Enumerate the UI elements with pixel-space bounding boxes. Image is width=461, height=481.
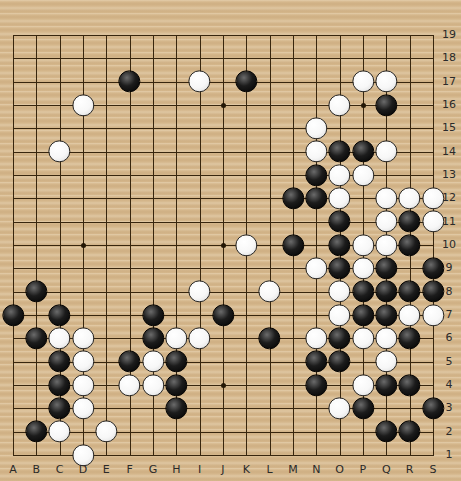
white-stone-F4[interactable]: ○ xyxy=(119,374,141,396)
intersection-G14[interactable] xyxy=(141,140,164,163)
intersection-J5[interactable] xyxy=(211,350,234,373)
intersection-D4[interactable]: ○ xyxy=(71,373,94,396)
black-stone-R6[interactable]: ● xyxy=(399,327,421,349)
intersection-H7[interactable] xyxy=(165,303,188,326)
intersection-O8[interactable]: ○ xyxy=(328,280,351,303)
intersection-G19[interactable] xyxy=(141,23,164,46)
intersection-O9[interactable]: ● xyxy=(328,257,351,280)
intersection-H13[interactable] xyxy=(165,163,188,186)
white-stone-N14[interactable]: ○ xyxy=(305,141,327,163)
intersection-I7[interactable] xyxy=(188,303,211,326)
black-stone-R10[interactable]: ● xyxy=(399,234,421,256)
intersection-I10[interactable] xyxy=(188,233,211,256)
intersection-M18[interactable] xyxy=(281,47,304,70)
white-stone-H6[interactable]: ○ xyxy=(165,327,187,349)
intersection-R16[interactable] xyxy=(398,93,421,116)
intersection-A15[interactable] xyxy=(1,117,24,140)
black-stone-Q8[interactable]: ● xyxy=(375,281,397,303)
intersection-C7[interactable]: ● xyxy=(48,303,71,326)
black-stone-M12[interactable]: ● xyxy=(282,187,304,209)
intersection-K9[interactable] xyxy=(235,257,258,280)
intersection-N12[interactable]: ● xyxy=(305,187,328,210)
intersection-K2[interactable] xyxy=(235,420,258,443)
intersection-M8[interactable] xyxy=(281,280,304,303)
intersection-E11[interactable] xyxy=(95,210,118,233)
intersection-C9[interactable] xyxy=(48,257,71,280)
intersection-P5[interactable] xyxy=(351,350,374,373)
intersection-H15[interactable] xyxy=(165,117,188,140)
intersection-O4[interactable] xyxy=(328,373,351,396)
intersection-D12[interactable] xyxy=(71,187,94,210)
intersection-H14[interactable] xyxy=(165,140,188,163)
intersection-B2[interactable]: ● xyxy=(25,420,48,443)
intersection-O5[interactable]: ● xyxy=(328,350,351,373)
intersection-J8[interactable] xyxy=(211,280,234,303)
intersection-B6[interactable]: ● xyxy=(25,327,48,350)
intersection-N14[interactable]: ○ xyxy=(305,140,328,163)
intersection-D6[interactable]: ○ xyxy=(71,327,94,350)
intersection-Q14[interactable]: ○ xyxy=(375,140,398,163)
intersection-I15[interactable] xyxy=(188,117,211,140)
white-stone-P6[interactable]: ○ xyxy=(352,327,374,349)
intersection-A14[interactable] xyxy=(1,140,24,163)
intersection-C18[interactable] xyxy=(48,47,71,70)
intersection-A16[interactable] xyxy=(1,93,24,116)
intersection-K16[interactable] xyxy=(235,93,258,116)
intersection-P7[interactable]: ● xyxy=(351,303,374,326)
intersection-E10[interactable] xyxy=(95,233,118,256)
intersection-H12[interactable] xyxy=(165,187,188,210)
intersection-K14[interactable] xyxy=(235,140,258,163)
intersection-Q17[interactable]: ○ xyxy=(375,70,398,93)
intersection-F17[interactable]: ● xyxy=(118,70,141,93)
intersection-P2[interactable] xyxy=(351,420,374,443)
black-stone-P14[interactable]: ● xyxy=(352,141,374,163)
intersection-B8[interactable]: ● xyxy=(25,280,48,303)
black-stone-P8[interactable]: ● xyxy=(352,281,374,303)
intersection-H6[interactable]: ○ xyxy=(165,327,188,350)
black-stone-Q4[interactable]: ● xyxy=(375,374,397,396)
intersection-A10[interactable] xyxy=(1,233,24,256)
intersection-D10[interactable] xyxy=(71,233,94,256)
intersection-D14[interactable] xyxy=(71,140,94,163)
intersection-M4[interactable] xyxy=(281,373,304,396)
intersection-C13[interactable] xyxy=(48,163,71,186)
intersection-P11[interactable] xyxy=(351,210,374,233)
intersection-F11[interactable] xyxy=(118,210,141,233)
black-stone-H5[interactable]: ● xyxy=(165,351,187,373)
intersection-D13[interactable] xyxy=(71,163,94,186)
intersection-A5[interactable] xyxy=(1,350,24,373)
intersection-J14[interactable] xyxy=(211,140,234,163)
black-stone-O11[interactable]: ● xyxy=(329,211,351,233)
intersection-O10[interactable]: ● xyxy=(328,233,351,256)
intersection-R14[interactable] xyxy=(398,140,421,163)
intersection-P4[interactable]: ○ xyxy=(351,373,374,396)
intersection-G12[interactable] xyxy=(141,187,164,210)
white-stone-O13[interactable]: ○ xyxy=(329,164,351,186)
intersection-J12[interactable] xyxy=(211,187,234,210)
intersection-L4[interactable] xyxy=(258,373,281,396)
intersection-B7[interactable] xyxy=(25,303,48,326)
intersection-B9[interactable] xyxy=(25,257,48,280)
black-stone-G6[interactable]: ● xyxy=(142,327,164,349)
intersection-O6[interactable]: ● xyxy=(328,327,351,350)
intersection-L7[interactable] xyxy=(258,303,281,326)
intersection-B13[interactable] xyxy=(25,163,48,186)
intersection-L15[interactable] xyxy=(258,117,281,140)
intersection-R17[interactable] xyxy=(398,70,421,93)
intersection-L12[interactable] xyxy=(258,187,281,210)
intersection-A9[interactable] xyxy=(1,257,24,280)
black-stone-M10[interactable]: ● xyxy=(282,234,304,256)
black-stone-R11[interactable]: ● xyxy=(399,211,421,233)
intersection-O14[interactable]: ● xyxy=(328,140,351,163)
intersection-D18[interactable] xyxy=(71,47,94,70)
intersection-Q12[interactable]: ○ xyxy=(375,187,398,210)
intersection-F13[interactable] xyxy=(118,163,141,186)
white-stone-O12[interactable]: ○ xyxy=(329,187,351,209)
intersection-I11[interactable] xyxy=(188,210,211,233)
intersection-M7[interactable] xyxy=(281,303,304,326)
intersection-K11[interactable] xyxy=(235,210,258,233)
intersection-Q16[interactable]: ● xyxy=(375,93,398,116)
intersection-O3[interactable]: ○ xyxy=(328,397,351,420)
intersection-C4[interactable]: ● xyxy=(48,373,71,396)
intersection-N3[interactable] xyxy=(305,397,328,420)
intersection-I4[interactable] xyxy=(188,373,211,396)
intersection-C14[interactable]: ○ xyxy=(48,140,71,163)
intersection-L18[interactable] xyxy=(258,47,281,70)
intersection-E8[interactable] xyxy=(95,280,118,303)
intersection-P17[interactable]: ○ xyxy=(351,70,374,93)
intersection-E7[interactable] xyxy=(95,303,118,326)
black-stone-C5[interactable]: ● xyxy=(49,351,71,373)
intersection-H17[interactable] xyxy=(165,70,188,93)
intersection-F7[interactable] xyxy=(118,303,141,326)
intersection-G18[interactable] xyxy=(141,47,164,70)
white-stone-G4[interactable]: ○ xyxy=(142,374,164,396)
black-stone-B6[interactable]: ● xyxy=(25,327,47,349)
intersection-C5[interactable]: ● xyxy=(48,350,71,373)
intersection-Q9[interactable]: ● xyxy=(375,257,398,280)
intersection-K6[interactable] xyxy=(235,327,258,350)
intersection-Q19[interactable] xyxy=(375,23,398,46)
intersection-I14[interactable] xyxy=(188,140,211,163)
intersection-R12[interactable]: ○ xyxy=(398,187,421,210)
intersection-J4[interactable] xyxy=(211,373,234,396)
intersection-K3[interactable] xyxy=(235,397,258,420)
intersection-I13[interactable] xyxy=(188,163,211,186)
intersection-L17[interactable] xyxy=(258,70,281,93)
black-stone-H3[interactable]: ● xyxy=(165,397,187,419)
intersection-M13[interactable] xyxy=(281,163,304,186)
intersection-H10[interactable] xyxy=(165,233,188,256)
intersection-B10[interactable] xyxy=(25,233,48,256)
intersection-P15[interactable] xyxy=(351,117,374,140)
intersection-D19[interactable] xyxy=(71,23,94,46)
intersection-B14[interactable] xyxy=(25,140,48,163)
intersection-L16[interactable] xyxy=(258,93,281,116)
intersection-E2[interactable]: ○ xyxy=(95,420,118,443)
intersection-G16[interactable] xyxy=(141,93,164,116)
intersection-Q18[interactable] xyxy=(375,47,398,70)
intersection-C16[interactable] xyxy=(48,93,71,116)
intersection-E18[interactable] xyxy=(95,47,118,70)
intersection-O11[interactable]: ● xyxy=(328,210,351,233)
white-stone-I8[interactable]: ○ xyxy=(189,281,211,303)
intersection-G13[interactable] xyxy=(141,163,164,186)
intersection-P10[interactable]: ○ xyxy=(351,233,374,256)
intersection-F3[interactable] xyxy=(118,397,141,420)
intersection-H8[interactable] xyxy=(165,280,188,303)
intersection-C6[interactable]: ○ xyxy=(48,327,71,350)
white-stone-D5[interactable]: ○ xyxy=(72,351,94,373)
black-stone-K17[interactable]: ● xyxy=(235,71,257,93)
white-stone-P4[interactable]: ○ xyxy=(352,374,374,396)
intersection-B19[interactable] xyxy=(25,23,48,46)
intersection-J18[interactable] xyxy=(211,47,234,70)
black-stone-P7[interactable]: ● xyxy=(352,304,374,326)
intersection-A3[interactable] xyxy=(1,397,24,420)
intersection-A8[interactable] xyxy=(1,280,24,303)
intersection-G7[interactable]: ● xyxy=(141,303,164,326)
intersection-L5[interactable] xyxy=(258,350,281,373)
intersection-A2[interactable] xyxy=(1,420,24,443)
intersection-Q2[interactable]: ● xyxy=(375,420,398,443)
intersection-H19[interactable] xyxy=(165,23,188,46)
intersection-M12[interactable]: ● xyxy=(281,187,304,210)
intersection-L6[interactable]: ● xyxy=(258,327,281,350)
intersection-N8[interactable] xyxy=(305,280,328,303)
white-stone-C2[interactable]: ○ xyxy=(49,421,71,443)
intersection-Q8[interactable]: ● xyxy=(375,280,398,303)
intersection-E14[interactable] xyxy=(95,140,118,163)
intersection-G5[interactable]: ○ xyxy=(141,350,164,373)
intersection-Q15[interactable] xyxy=(375,117,398,140)
intersection-J3[interactable] xyxy=(211,397,234,420)
intersection-F6[interactable] xyxy=(118,327,141,350)
intersection-H5[interactable]: ● xyxy=(165,350,188,373)
intersection-Q7[interactable]: ● xyxy=(375,303,398,326)
intersection-A18[interactable] xyxy=(1,47,24,70)
intersection-J17[interactable] xyxy=(211,70,234,93)
intersection-D5[interactable]: ○ xyxy=(71,350,94,373)
intersection-K7[interactable] xyxy=(235,303,258,326)
intersection-K17[interactable]: ● xyxy=(235,70,258,93)
white-stone-P10[interactable]: ○ xyxy=(352,234,374,256)
white-stone-D6[interactable]: ○ xyxy=(72,327,94,349)
intersection-F16[interactable] xyxy=(118,93,141,116)
intersection-N2[interactable] xyxy=(305,420,328,443)
black-stone-P3[interactable]: ● xyxy=(352,397,374,419)
intersection-I18[interactable] xyxy=(188,47,211,70)
intersection-E9[interactable] xyxy=(95,257,118,280)
black-stone-N4[interactable]: ● xyxy=(305,374,327,396)
intersection-B5[interactable] xyxy=(25,350,48,373)
intersection-A4[interactable] xyxy=(1,373,24,396)
intersection-I12[interactable] xyxy=(188,187,211,210)
intersection-C19[interactable] xyxy=(48,23,71,46)
intersection-M19[interactable] xyxy=(281,23,304,46)
white-stone-Q5[interactable]: ○ xyxy=(375,351,397,373)
intersection-F19[interactable] xyxy=(118,23,141,46)
black-stone-F17[interactable]: ● xyxy=(119,71,141,93)
intersection-R13[interactable] xyxy=(398,163,421,186)
intersection-G6[interactable]: ● xyxy=(141,327,164,350)
intersection-G15[interactable] xyxy=(141,117,164,140)
intersection-M10[interactable]: ● xyxy=(281,233,304,256)
intersection-E19[interactable] xyxy=(95,23,118,46)
intersection-A7[interactable]: ● xyxy=(1,303,24,326)
intersection-D9[interactable] xyxy=(71,257,94,280)
intersection-D7[interactable] xyxy=(71,303,94,326)
intersection-D17[interactable] xyxy=(71,70,94,93)
intersection-J16[interactable] xyxy=(211,93,234,116)
intersection-O2[interactable] xyxy=(328,420,351,443)
intersection-I17[interactable]: ○ xyxy=(188,70,211,93)
intersection-R19[interactable] xyxy=(398,23,421,46)
intersection-R7[interactable]: ○ xyxy=(398,303,421,326)
white-stone-Q17[interactable]: ○ xyxy=(375,71,397,93)
intersection-E6[interactable] xyxy=(95,327,118,350)
intersection-N16[interactable] xyxy=(305,93,328,116)
intersection-N19[interactable] xyxy=(305,23,328,46)
intersection-D8[interactable] xyxy=(71,280,94,303)
intersection-R4[interactable]: ● xyxy=(398,373,421,396)
intersection-P18[interactable] xyxy=(351,47,374,70)
black-stone-J7[interactable]: ● xyxy=(212,304,234,326)
intersection-C11[interactable] xyxy=(48,210,71,233)
black-stone-L6[interactable]: ● xyxy=(259,327,281,349)
intersection-R18[interactable] xyxy=(398,47,421,70)
intersection-R6[interactable]: ● xyxy=(398,327,421,350)
intersection-I16[interactable] xyxy=(188,93,211,116)
black-stone-Q7[interactable]: ● xyxy=(375,304,397,326)
intersection-K4[interactable] xyxy=(235,373,258,396)
white-stone-P9[interactable]: ○ xyxy=(352,257,374,279)
white-stone-N15[interactable]: ○ xyxy=(305,117,327,139)
intersection-B17[interactable] xyxy=(25,70,48,93)
black-stone-B2[interactable]: ● xyxy=(25,421,47,443)
intersection-N6[interactable]: ○ xyxy=(305,327,328,350)
intersection-G2[interactable] xyxy=(141,420,164,443)
black-stone-F5[interactable]: ● xyxy=(119,351,141,373)
white-stone-P17[interactable]: ○ xyxy=(352,71,374,93)
intersection-R5[interactable] xyxy=(398,350,421,373)
white-stone-D16[interactable]: ○ xyxy=(72,94,94,116)
intersection-N7[interactable] xyxy=(305,303,328,326)
intersection-Q11[interactable]: ○ xyxy=(375,210,398,233)
white-stone-P13[interactable]: ○ xyxy=(352,164,374,186)
intersection-M6[interactable] xyxy=(281,327,304,350)
intersection-A11[interactable] xyxy=(1,210,24,233)
intersection-J19[interactable] xyxy=(211,23,234,46)
black-stone-Q2[interactable]: ● xyxy=(375,421,397,443)
intersection-N5[interactable]: ● xyxy=(305,350,328,373)
intersection-C8[interactable] xyxy=(48,280,71,303)
intersection-D15[interactable] xyxy=(71,117,94,140)
intersection-R8[interactable]: ● xyxy=(398,280,421,303)
intersection-F18[interactable] xyxy=(118,47,141,70)
intersection-C10[interactable] xyxy=(48,233,71,256)
intersection-C12[interactable] xyxy=(48,187,71,210)
intersection-M14[interactable] xyxy=(281,140,304,163)
intersection-K5[interactable] xyxy=(235,350,258,373)
intersection-F15[interactable] xyxy=(118,117,141,140)
intersection-L14[interactable] xyxy=(258,140,281,163)
black-stone-Q16[interactable]: ● xyxy=(375,94,397,116)
intersection-F9[interactable] xyxy=(118,257,141,280)
intersection-B4[interactable] xyxy=(25,373,48,396)
intersection-B12[interactable] xyxy=(25,187,48,210)
intersection-H2[interactable] xyxy=(165,420,188,443)
intersection-I8[interactable]: ○ xyxy=(188,280,211,303)
white-stone-L8[interactable]: ○ xyxy=(259,281,281,303)
intersection-L10[interactable] xyxy=(258,233,281,256)
intersection-M9[interactable] xyxy=(281,257,304,280)
intersection-D2[interactable] xyxy=(71,420,94,443)
white-stone-O8[interactable]: ○ xyxy=(329,281,351,303)
intersection-Q10[interactable]: ○ xyxy=(375,233,398,256)
white-stone-O16[interactable]: ○ xyxy=(329,94,351,116)
intersection-F8[interactable] xyxy=(118,280,141,303)
intersection-P8[interactable]: ● xyxy=(351,280,374,303)
intersection-C15[interactable] xyxy=(48,117,71,140)
intersection-E3[interactable] xyxy=(95,397,118,420)
intersection-E5[interactable] xyxy=(95,350,118,373)
intersection-L13[interactable] xyxy=(258,163,281,186)
intersection-K15[interactable] xyxy=(235,117,258,140)
intersection-J10[interactable] xyxy=(211,233,234,256)
intersection-C3[interactable]: ● xyxy=(48,397,71,420)
intersection-R2[interactable]: ● xyxy=(398,420,421,443)
intersection-J6[interactable] xyxy=(211,327,234,350)
intersection-O12[interactable]: ○ xyxy=(328,187,351,210)
white-stone-R7[interactable]: ○ xyxy=(399,304,421,326)
intersection-F12[interactable] xyxy=(118,187,141,210)
intersection-G9[interactable] xyxy=(141,257,164,280)
intersection-P3[interactable]: ● xyxy=(351,397,374,420)
black-stone-O9[interactable]: ● xyxy=(329,257,351,279)
intersection-K18[interactable] xyxy=(235,47,258,70)
white-stone-Q6[interactable]: ○ xyxy=(375,327,397,349)
intersection-G3[interactable] xyxy=(141,397,164,420)
intersection-F10[interactable] xyxy=(118,233,141,256)
intersection-P12[interactable] xyxy=(351,187,374,210)
intersection-Q13[interactable] xyxy=(375,163,398,186)
intersection-H3[interactable]: ● xyxy=(165,397,188,420)
black-stone-C3[interactable]: ● xyxy=(49,397,71,419)
intersection-P19[interactable] xyxy=(351,23,374,46)
white-stone-C14[interactable]: ○ xyxy=(49,141,71,163)
intersection-N4[interactable]: ● xyxy=(305,373,328,396)
intersection-Q6[interactable]: ○ xyxy=(375,327,398,350)
intersection-M16[interactable] xyxy=(281,93,304,116)
intersection-P9[interactable]: ○ xyxy=(351,257,374,280)
intersection-M3[interactable] xyxy=(281,397,304,420)
intersection-G4[interactable]: ○ xyxy=(141,373,164,396)
intersection-L8[interactable]: ○ xyxy=(258,280,281,303)
intersection-I3[interactable] xyxy=(188,397,211,420)
intersection-J7[interactable]: ● xyxy=(211,303,234,326)
intersection-G10[interactable] xyxy=(141,233,164,256)
intersection-M15[interactable] xyxy=(281,117,304,140)
white-stone-K10[interactable]: ○ xyxy=(235,234,257,256)
intersection-M2[interactable] xyxy=(281,420,304,443)
black-stone-H4[interactable]: ● xyxy=(165,374,187,396)
black-stone-A7[interactable]: ● xyxy=(2,304,24,326)
